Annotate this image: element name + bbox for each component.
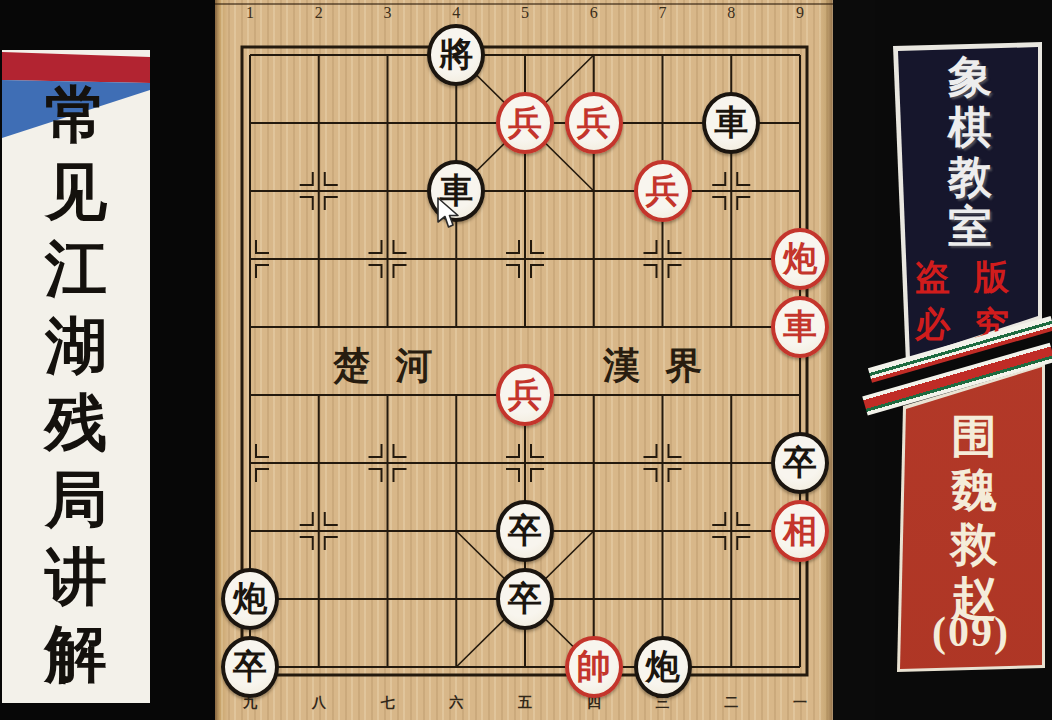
left-banner-char: 讲: [45, 546, 107, 608]
piece-label: 卒: [233, 650, 267, 684]
piece-black-車[interactable]: 車: [702, 92, 760, 154]
piece-black-卒[interactable]: 卒: [496, 500, 554, 562]
file-label-top-2: 2: [308, 4, 330, 22]
piece-black-卒[interactable]: 卒: [496, 568, 554, 630]
left-banner-char: 解: [45, 623, 107, 685]
warning-char: 版: [974, 254, 1009, 301]
piece-label: 將: [439, 38, 473, 72]
right-banner-region: 象棋教室 盗 版 必 究 围魏救赵 (09): [875, 0, 1052, 720]
episode-banner-title: 围魏救赵: [951, 414, 997, 622]
left-banner-region: 常见江湖残局讲解: [0, 0, 215, 720]
file-label-top-6: 6: [583, 4, 605, 22]
left-banner-char: 江: [45, 238, 107, 300]
left-banner-char: 常: [45, 84, 107, 146]
episode-number: (09): [897, 608, 1045, 656]
piece-label: 兵: [508, 378, 542, 412]
file-label-top-5: 5: [514, 4, 536, 22]
piece-red-兵[interactable]: 兵: [496, 92, 554, 154]
file-label-bottom-一: 一: [789, 694, 811, 712]
left-banner-char: 湖: [45, 315, 107, 377]
piece-label: 卒: [508, 582, 542, 616]
piece-label: 卒: [783, 446, 817, 480]
piece-label: 兵: [646, 174, 680, 208]
piece-red-車[interactable]: 車: [771, 296, 829, 358]
classroom-banner-title: 象棋教室: [946, 56, 994, 250]
classroom-char: 棋: [948, 106, 992, 150]
warning-char: 必: [915, 301, 950, 348]
piece-red-帥[interactable]: 帥: [565, 636, 623, 698]
left-banner-char: 残: [45, 392, 107, 454]
piece-label: 車: [783, 310, 817, 344]
file-label-top-4: 4: [445, 4, 467, 22]
piece-red-相[interactable]: 相: [771, 500, 829, 562]
piece-label: 相: [783, 514, 817, 548]
river-label-han-jie: 漢 界: [603, 341, 710, 391]
piece-black-卒[interactable]: 卒: [771, 432, 829, 494]
warning-char: 盗: [915, 254, 950, 301]
episode-title-char: 围: [951, 414, 997, 460]
piece-label: 兵: [577, 106, 611, 140]
left-banner-char: 局: [45, 469, 107, 531]
piece-black-將[interactable]: 將: [427, 24, 485, 86]
classroom-char: 象: [948, 56, 992, 100]
file-label-bottom-二: 二: [720, 694, 742, 712]
file-label-bottom-八: 八: [308, 694, 330, 712]
xiangqi-board: 123456789 九八七六五四三二一 楚 河 漢 界 將兵兵車車兵炮車兵卒卒相…: [215, 0, 833, 720]
file-label-top-9: 9: [789, 4, 811, 22]
file-label-top-7: 7: [652, 4, 674, 22]
piece-label: 帥: [577, 650, 611, 684]
piece-label: 卒: [508, 514, 542, 548]
piece-red-兵[interactable]: 兵: [565, 92, 623, 154]
video-frame: 常见江湖残局讲解: [0, 0, 1052, 720]
file-label-bottom-五: 五: [514, 694, 536, 712]
piece-label: 炮: [233, 582, 267, 616]
piece-black-炮[interactable]: 炮: [221, 568, 279, 630]
piece-red-兵[interactable]: 兵: [496, 364, 554, 426]
piece-label: 炮: [646, 650, 680, 684]
piece-label: 兵: [508, 106, 542, 140]
piece-black-炮[interactable]: 炮: [634, 636, 692, 698]
piece-red-炮[interactable]: 炮: [771, 228, 829, 290]
file-label-bottom-七: 七: [377, 694, 399, 712]
episode-title-char: 救: [951, 522, 997, 568]
left-banner-title: 常见江湖残局讲解: [2, 84, 150, 685]
episode-title-char: 魏: [951, 468, 997, 514]
piece-red-兵[interactable]: 兵: [634, 160, 692, 222]
file-label-top-3: 3: [377, 4, 399, 22]
file-label-top-1: 1: [239, 4, 261, 22]
left-banner-char: 见: [45, 161, 107, 223]
file-label-top-8: 8: [720, 4, 742, 22]
classroom-char: 教: [948, 156, 992, 200]
classroom-char: 室: [948, 206, 992, 250]
mouse-cursor-icon: [437, 197, 463, 233]
river-label-chu-he: 楚 河: [333, 341, 440, 391]
piece-label: 炮: [783, 242, 817, 276]
piece-black-卒[interactable]: 卒: [221, 636, 279, 698]
file-label-bottom-六: 六: [445, 694, 467, 712]
left-banner: 常见江湖残局讲解: [2, 50, 150, 703]
piece-label: 車: [714, 106, 748, 140]
